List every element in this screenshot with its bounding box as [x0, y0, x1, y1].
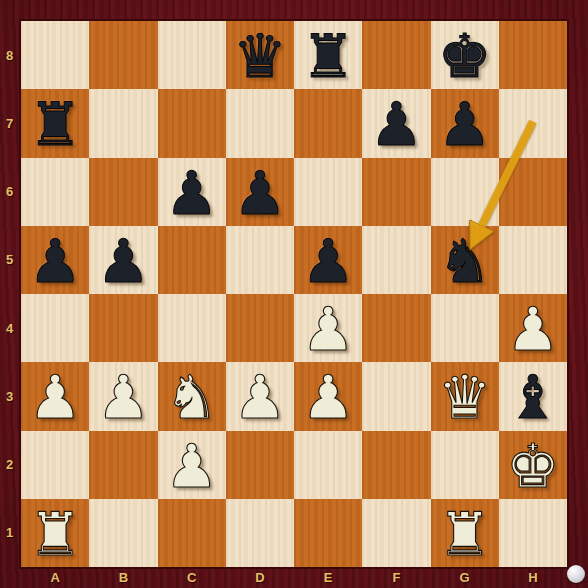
piece-black-queen[interactable]: ♛: [233, 26, 287, 86]
piece-black-pawn[interactable]: ♟: [28, 231, 82, 291]
square-d2[interactable]: [226, 431, 294, 499]
piece-black-pawn[interactable]: ♟: [301, 231, 355, 291]
square-a2[interactable]: [21, 431, 89, 499]
square-a5[interactable]: ♟: [21, 226, 89, 294]
square-d5[interactable]: [226, 226, 294, 294]
board-frame: ♛♜♚♜♟♟♟♟♟♟♟♞♟♟♟♟♞♟♟♛♝♟♚♜♜ 87654321 ABCDE…: [0, 0, 588, 588]
square-e6[interactable]: [294, 158, 362, 226]
square-c1[interactable]: [158, 499, 226, 567]
file-label-a: A: [21, 567, 89, 588]
piece-black-pawn[interactable]: ♟: [165, 163, 219, 223]
square-g1[interactable]: ♜: [431, 499, 499, 567]
square-f5[interactable]: [362, 226, 430, 294]
square-e5[interactable]: ♟: [294, 226, 362, 294]
piece-white-king[interactable]: ♚: [506, 436, 560, 496]
square-e4[interactable]: ♟: [294, 294, 362, 362]
square-b2[interactable]: [89, 431, 157, 499]
file-labels: ABCDEFGH: [21, 567, 567, 588]
piece-white-rook[interactable]: ♜: [438, 504, 492, 564]
square-e7[interactable]: [294, 89, 362, 157]
file-label-e: E: [294, 567, 362, 588]
piece-black-pawn[interactable]: ♟: [438, 94, 492, 154]
square-c3[interactable]: ♞: [158, 362, 226, 430]
square-g8[interactable]: ♚: [431, 21, 499, 89]
file-label-f: F: [362, 567, 430, 588]
square-b6[interactable]: [89, 158, 157, 226]
square-g2[interactable]: [431, 431, 499, 499]
piece-white-pawn[interactable]: ♟: [233, 367, 287, 427]
piece-white-knight[interactable]: ♞: [165, 367, 219, 427]
rank-label-1: 1: [0, 499, 19, 567]
piece-white-pawn[interactable]: ♟: [301, 299, 355, 359]
square-b3[interactable]: ♟: [89, 362, 157, 430]
square-d8[interactable]: ♛: [226, 21, 294, 89]
file-label-g: G: [431, 567, 499, 588]
piece-white-queen[interactable]: ♛: [438, 367, 492, 427]
square-b5[interactable]: ♟: [89, 226, 157, 294]
piece-black-pawn[interactable]: ♟: [233, 163, 287, 223]
square-h7[interactable]: [499, 89, 567, 157]
square-f6[interactable]: [362, 158, 430, 226]
square-g3[interactable]: ♛: [431, 362, 499, 430]
square-b1[interactable]: [89, 499, 157, 567]
square-a4[interactable]: [21, 294, 89, 362]
square-d7[interactable]: [226, 89, 294, 157]
square-e8[interactable]: ♜: [294, 21, 362, 89]
piece-white-rook[interactable]: ♜: [28, 504, 82, 564]
square-h5[interactable]: [499, 226, 567, 294]
square-a3[interactable]: ♟: [21, 362, 89, 430]
square-h4[interactable]: ♟: [499, 294, 567, 362]
square-b4[interactable]: [89, 294, 157, 362]
piece-black-knight[interactable]: ♞: [438, 231, 492, 291]
square-a7[interactable]: ♜: [21, 89, 89, 157]
corner-ball-icon: [567, 565, 585, 583]
square-h8[interactable]: [499, 21, 567, 89]
square-c2[interactable]: ♟: [158, 431, 226, 499]
square-f2[interactable]: [362, 431, 430, 499]
square-d1[interactable]: [226, 499, 294, 567]
square-c6[interactable]: ♟: [158, 158, 226, 226]
square-c8[interactable]: [158, 21, 226, 89]
piece-white-pawn[interactable]: ♟: [301, 367, 355, 427]
rank-label-3: 3: [0, 362, 19, 430]
piece-black-bishop[interactable]: ♝: [506, 367, 560, 427]
rank-label-6: 6: [0, 158, 19, 226]
piece-white-pawn[interactable]: ♟: [506, 299, 560, 359]
piece-white-pawn[interactable]: ♟: [96, 367, 150, 427]
rank-label-2: 2: [0, 431, 19, 499]
file-label-h: H: [499, 567, 567, 588]
file-label-c: C: [158, 567, 226, 588]
square-g5[interactable]: ♞: [431, 226, 499, 294]
square-c4[interactable]: [158, 294, 226, 362]
piece-white-pawn[interactable]: ♟: [165, 436, 219, 496]
file-label-d: D: [226, 567, 294, 588]
square-b8[interactable]: [89, 21, 157, 89]
square-f3[interactable]: [362, 362, 430, 430]
square-c7[interactable]: [158, 89, 226, 157]
square-a6[interactable]: [21, 158, 89, 226]
square-h1[interactable]: [499, 499, 567, 567]
square-h3[interactable]: ♝: [499, 362, 567, 430]
piece-black-king[interactable]: ♚: [438, 26, 492, 86]
rank-label-7: 7: [0, 89, 19, 157]
square-b7[interactable]: [89, 89, 157, 157]
file-label-b: B: [89, 567, 157, 588]
square-d4[interactable]: [226, 294, 294, 362]
square-d3[interactable]: ♟: [226, 362, 294, 430]
square-f7[interactable]: ♟: [362, 89, 430, 157]
square-e3[interactable]: ♟: [294, 362, 362, 430]
piece-white-pawn[interactable]: ♟: [28, 367, 82, 427]
square-a1[interactable]: ♜: [21, 499, 89, 567]
square-e1[interactable]: [294, 499, 362, 567]
square-c5[interactable]: [158, 226, 226, 294]
rank-label-5: 5: [0, 226, 19, 294]
rank-label-8: 8: [0, 21, 19, 89]
square-f4[interactable]: [362, 294, 430, 362]
rank-label-4: 4: [0, 294, 19, 362]
square-e2[interactable]: [294, 431, 362, 499]
square-h2[interactable]: ♚: [499, 431, 567, 499]
square-f1[interactable]: [362, 499, 430, 567]
piece-black-pawn[interactable]: ♟: [96, 231, 150, 291]
chess-board: ♛♜♚♜♟♟♟♟♟♟♟♞♟♟♟♟♞♟♟♛♝♟♚♜♜: [19, 19, 569, 569]
piece-black-rook[interactable]: ♜: [28, 94, 82, 154]
square-a8[interactable]: [21, 21, 89, 89]
rank-labels: 87654321: [0, 21, 19, 567]
square-g6[interactable]: [431, 158, 499, 226]
square-g4[interactable]: [431, 294, 499, 362]
square-g7[interactable]: ♟: [431, 89, 499, 157]
square-h6[interactable]: [499, 158, 567, 226]
square-d6[interactable]: ♟: [226, 158, 294, 226]
piece-black-pawn[interactable]: ♟: [369, 94, 423, 154]
piece-black-rook[interactable]: ♜: [301, 26, 355, 86]
square-f8[interactable]: [362, 21, 430, 89]
